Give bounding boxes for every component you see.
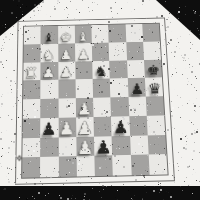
square-e4[interactable] [93,97,111,116]
square-f8[interactable] [108,24,126,42]
square-h1[interactable] [148,154,167,175]
square-a5[interactable] [23,80,41,99]
square-g8[interactable] [125,24,143,42]
piece-white-pawn[interactable]: ♟ [59,120,75,137]
piece-black-pawn[interactable]: ♟ [130,82,145,97]
square-f7[interactable] [109,42,127,60]
decorative-corner-glyph: ❖ [15,154,23,163]
square-d5[interactable] [75,79,93,98]
square-c1[interactable] [58,156,76,177]
piece-white-pawn[interactable]: ♟ [77,138,94,157]
square-a4[interactable] [23,99,41,118]
square-a7[interactable] [24,44,41,62]
square-e3[interactable] [93,116,111,136]
piece-black-pawn[interactable]: ♟ [95,138,112,157]
square-e8[interactable] [91,25,108,43]
piece-white-knight[interactable]: ♞ [43,48,55,61]
square-g3[interactable] [129,116,148,136]
piece-black-pawn[interactable]: ♟ [113,119,130,136]
square-e7[interactable] [92,42,110,60]
square-g6[interactable] [127,60,145,79]
square-a1[interactable] [22,157,40,178]
square-d6[interactable] [75,61,93,80]
square-f2[interactable] [112,135,131,155]
piece-black-king[interactable]: ♚ [147,63,161,77]
piece-black-pawn[interactable]: ♟ [41,120,57,137]
square-c5[interactable] [58,79,76,98]
square-f5[interactable] [110,78,128,97]
piece-black-queen[interactable]: ♛ [147,81,162,96]
piece-white-pawn[interactable]: ♟ [77,120,93,137]
piece-white-pawn[interactable]: ♟ [60,48,72,61]
square-b4[interactable] [41,99,59,118]
square-a3[interactable] [23,118,41,138]
square-f1[interactable] [112,155,131,176]
chess-board: ♝♚♝♞♟♟♜♟♟♞♚♟♛♟♟♟♟♟♟♟ ❖ [15,18,175,185]
square-c2[interactable] [58,137,76,157]
square-h7[interactable] [143,41,161,59]
square-b5[interactable] [41,80,58,99]
piece-white-pawn[interactable]: ♟ [77,48,89,61]
square-g2[interactable] [130,135,149,155]
square-h4[interactable] [146,96,165,115]
square-b2[interactable] [40,137,58,157]
square-d1[interactable] [76,156,94,177]
photo-background: ♝♚♝♞♟♟♜♟♟♞♚♟♛♟♟♟♟♟♟♟ ❖ [0,0,200,200]
square-h3[interactable] [146,115,165,135]
square-c4[interactable] [58,98,76,117]
square-g7[interactable] [126,42,144,60]
piece-white-rook[interactable]: ♜ [25,66,38,80]
piece-white-pawn[interactable]: ♟ [42,66,55,80]
square-h8[interactable] [142,24,160,42]
piece-black-knight[interactable]: ♞ [95,65,108,79]
piece-white-pawn[interactable]: ♟ [60,65,73,79]
square-f4[interactable] [111,97,129,116]
square-b1[interactable] [40,157,58,178]
piece-white-king[interactable]: ♚ [60,31,71,43]
square-f6[interactable] [109,60,127,79]
square-g1[interactable] [130,155,149,176]
square-a2[interactable] [22,137,40,157]
square-e5[interactable] [93,79,111,98]
square-a8[interactable] [24,26,41,44]
square-h2[interactable] [147,135,166,155]
piece-black-bishop[interactable]: ♝ [43,31,54,43]
square-e1[interactable] [94,156,113,177]
piece-white-pawn[interactable]: ♟ [77,101,92,117]
square-g4[interactable] [128,97,146,116]
piece-white-bishop[interactable]: ♝ [77,30,88,42]
